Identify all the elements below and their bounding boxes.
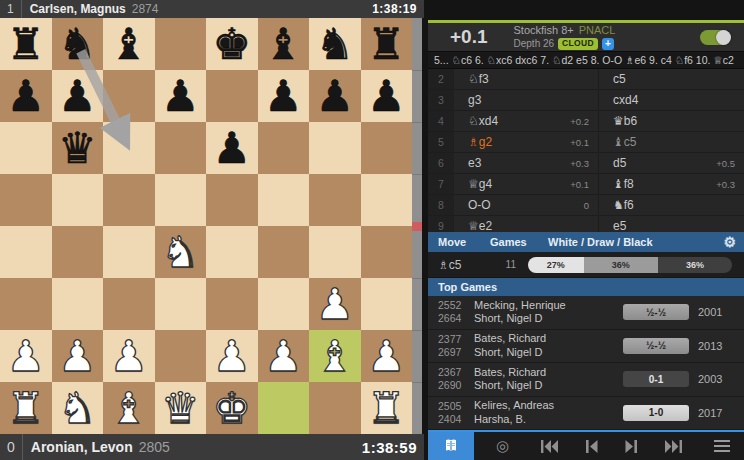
result-badge: 1-0: [623, 405, 689, 421]
top-game-row[interactable]: 23772697Bates, RichardShort, Nigel D½-½2…: [428, 330, 744, 364]
white-knight-b1[interactable]: ♞: [52, 382, 104, 434]
square-h6[interactable]: [361, 122, 413, 174]
game-ratings: 25052404: [428, 400, 474, 426]
top-game-row[interactable]: 23672690Bates, RichardShort, Nigel D0-12…: [428, 363, 744, 397]
black-queen-b6[interactable]: ♛: [52, 122, 104, 174]
white-queen-d1[interactable]: ♛: [155, 382, 207, 434]
square-e2[interactable]: ♟: [206, 330, 258, 382]
square-g7[interactable]: ♟: [309, 70, 361, 122]
white-move-cell[interactable]: ♕e2: [454, 216, 599, 232]
white-percent: 27%: [528, 257, 584, 273]
square-f7[interactable]: ♟: [258, 70, 310, 122]
result-badge: ½-½: [623, 338, 689, 354]
white-move-cell[interactable]: ♗g2+0.1: [454, 132, 599, 152]
analysis-app: 1 Carlsen, Magnus 2874 1:38:19 ♜♞♝♚♝♞♜♟♟…: [0, 0, 744, 460]
black-player-rating: 2874: [132, 2, 159, 16]
explorer-col-wdb: White / Draw / Black: [548, 236, 653, 248]
square-d5[interactable]: [155, 174, 207, 226]
eval-gauge: [412, 18, 422, 434]
white-pawn-g3[interactable]: ♟: [309, 278, 361, 330]
black-pawn-d7[interactable]: ♟: [155, 70, 207, 122]
black-move-cell[interactable]: ♝f8+0.3: [599, 174, 744, 194]
eval-zero-marker: [412, 222, 422, 231]
menu-icon[interactable]: [714, 440, 730, 452]
black-pawn-b7[interactable]: ♟: [52, 70, 104, 122]
bottom-toolbar: ◎: [428, 430, 744, 460]
square-a3[interactable]: [0, 278, 52, 330]
move-row-4: 4♘xd4+0.2♛b6: [428, 111, 744, 132]
black-pawn-h7[interactable]: ♟: [361, 70, 413, 122]
square-f8[interactable]: ♝: [258, 18, 310, 70]
black-move-san[interactable]: c5: [613, 72, 626, 86]
black-pawn-e6[interactable]: ♟: [206, 122, 258, 174]
square-h4[interactable]: [361, 226, 413, 278]
black-move-san[interactable]: d5: [613, 156, 626, 170]
white-knight-d4[interactable]: ♞: [155, 226, 207, 278]
square-c4[interactable]: [103, 226, 155, 278]
move-row-3: 3g3cxd4: [428, 90, 744, 111]
explorer-header: Move Games White / Draw / Black ⚙: [428, 232, 744, 252]
square-e7[interactable]: [206, 70, 258, 122]
square-b8[interactable]: ♞: [52, 18, 104, 70]
engine-line[interactable]: 5... ♘c6 6. ♘xc6 dxc6 7. ♘d2 e5 8. O-O ♗…: [428, 51, 744, 69]
white-move-cell[interactable]: O-O0: [454, 195, 599, 215]
black-move-san[interactable]: e5: [613, 219, 626, 232]
black-pawn-g7[interactable]: ♟: [309, 70, 361, 122]
square-f3[interactable]: [258, 278, 310, 330]
square-g4[interactable]: [309, 226, 361, 278]
top-game-row[interactable]: 25522664Mecking, HenriqueShort, Nigel D½…: [428, 296, 744, 330]
previous-move-icon[interactable]: [585, 440, 598, 453]
square-f2[interactable]: ♟: [258, 330, 310, 382]
square-b5[interactable]: [52, 174, 104, 226]
white-move-cell[interactable]: g3: [454, 90, 599, 110]
black-move-cell[interactable]: ♞f6: [599, 195, 744, 215]
white-pawn-h2[interactable]: ♟: [361, 330, 413, 382]
move-number: 9: [428, 216, 454, 232]
move-row-8: 8O-O0♞f6: [428, 195, 744, 216]
black-bishop-c8[interactable]: ♝: [103, 18, 155, 70]
white-bishop-g2[interactable]: ♝: [309, 330, 361, 382]
black-move-san[interactable]: cxd4: [613, 93, 638, 107]
move-number: 2: [428, 69, 454, 89]
move-eval: +0.3: [716, 179, 735, 190]
engine-toggle[interactable]: [700, 30, 730, 45]
target-icon[interactable]: ◎: [496, 437, 509, 455]
top-games-list: 25522664Mecking, HenriqueShort, Nigel D½…: [428, 296, 744, 430]
move-row-7: 7♕g4+0.1♝f8+0.3: [428, 174, 744, 195]
square-a6[interactable]: [0, 122, 52, 174]
square-b2[interactable]: ♟: [52, 330, 104, 382]
black-rook-a8[interactable]: ♜: [0, 18, 52, 70]
move-row-2: 2♘f3c5: [428, 69, 744, 90]
black-percent: 36%: [658, 257, 732, 273]
square-a2[interactable]: ♟: [0, 330, 52, 382]
black-move-cell[interactable]: ♛b6: [599, 111, 744, 131]
game-players: Bates, RichardShort, Nigel D: [474, 366, 623, 394]
black-knight-b8[interactable]: ♞: [52, 18, 104, 70]
square-h3[interactable]: [361, 278, 413, 330]
white-move-san[interactable]: ♘f3: [468, 72, 489, 86]
square-c5[interactable]: [103, 174, 155, 226]
black-player-name: Carlsen, Magnus: [30, 2, 126, 16]
white-player-rating: 2805: [139, 439, 170, 455]
black-pawn-f7[interactable]: ♟: [258, 70, 310, 122]
move-row-5: 5♗g2+0.1♝c5: [428, 132, 744, 153]
square-a7[interactable]: ♟: [0, 70, 52, 122]
square-h5[interactable]: [361, 174, 413, 226]
square-c7[interactable]: [103, 70, 155, 122]
black-move-cell[interactable]: cxd4: [599, 90, 744, 110]
white-move-san[interactable]: ♕g4: [468, 177, 492, 191]
move-eval: +0.2: [570, 116, 589, 127]
move-number: 8: [428, 195, 454, 215]
square-d4[interactable]: ♞: [155, 226, 207, 278]
square-b4[interactable]: [52, 226, 104, 278]
square-b7[interactable]: ♟: [52, 70, 104, 122]
engine-eval: +0.1: [450, 26, 488, 48]
move-number: 4: [428, 111, 454, 131]
square-g5[interactable]: [309, 174, 361, 226]
square-e8[interactable]: ♚: [206, 18, 258, 70]
game-players: Mecking, HenriqueShort, Nigel D: [474, 299, 623, 327]
square-e4[interactable]: [206, 226, 258, 278]
white-move-cell[interactable]: e3+0.3: [454, 153, 599, 173]
square-d6[interactable]: [155, 122, 207, 174]
square-a8[interactable]: ♜: [0, 18, 52, 70]
square-g2[interactable]: ♝: [309, 330, 361, 382]
black-score: 1: [0, 0, 22, 18]
plus-badge[interactable]: +: [602, 38, 614, 50]
book-icon[interactable]: [428, 432, 474, 460]
square-d1[interactable]: ♛: [155, 382, 207, 434]
white-move-san[interactable]: ♗g2: [468, 135, 492, 149]
game-year: 2013: [698, 340, 736, 352]
square-d8[interactable]: [155, 18, 207, 70]
black-move-san[interactable]: ♝c5: [613, 135, 636, 149]
white-move-san[interactable]: g3: [468, 93, 481, 107]
move-number: 5: [428, 132, 454, 152]
square-h7[interactable]: ♟: [361, 70, 413, 122]
black-bishop-f8[interactable]: ♝: [258, 18, 310, 70]
player-bar-black: 1 Carlsen, Magnus 2874 1:38:19: [0, 0, 424, 18]
white-pawn-f2[interactable]: ♟: [258, 330, 310, 382]
black-move-san[interactable]: ♞f6: [613, 198, 634, 212]
square-d2[interactable]: [155, 330, 207, 382]
playback-controls: [509, 440, 714, 453]
white-rook-h1[interactable]: ♜: [361, 382, 413, 434]
game-ratings: 25522664: [428, 299, 474, 325]
black-king-e8[interactable]: ♚: [206, 18, 258, 70]
engine-tech: PNACL: [579, 24, 616, 36]
white-player-name: Aronian, Levon: [31, 439, 133, 455]
result-percentage-bar: 27%36%36%: [528, 257, 732, 273]
white-move-cell[interactable]: ♘f3: [454, 69, 599, 89]
square-g6[interactable]: [309, 122, 361, 174]
black-move-cell[interactable]: d5+0.5: [599, 153, 744, 173]
black-clock: 1:38:19: [372, 2, 417, 16]
explorer-game-count: 11: [486, 259, 516, 270]
square-h2[interactable]: ♟: [361, 330, 413, 382]
white-rook-a1[interactable]: ♜: [0, 382, 52, 434]
skip-last-icon[interactable]: [665, 440, 682, 453]
game-ratings: 23672690: [428, 366, 474, 392]
square-g3[interactable]: ♟: [309, 278, 361, 330]
game-year: 2017: [698, 407, 736, 419]
white-king-e1[interactable]: ♚: [206, 382, 258, 434]
engine-name: Stockfish 8+: [514, 24, 574, 36]
square-f6[interactable]: [258, 122, 310, 174]
white-bishop-c1[interactable]: ♝: [103, 382, 155, 434]
white-pawn-a2[interactable]: ♟: [0, 330, 52, 382]
white-move-san[interactable]: O-O: [468, 198, 491, 212]
square-a4[interactable]: [0, 226, 52, 278]
black-rook-h8[interactable]: ♜: [361, 18, 413, 70]
explorer-col-move: Move: [438, 236, 490, 248]
white-pawn-e2[interactable]: ♟: [206, 330, 258, 382]
move-eval: +0.3: [570, 158, 589, 169]
explorer-move-row[interactable]: ♗c5 11 27%36%36%: [428, 252, 744, 278]
move-number: 3: [428, 90, 454, 110]
square-f5[interactable]: [258, 174, 310, 226]
square-h1[interactable]: ♜: [361, 382, 413, 434]
square-b1[interactable]: ♞: [52, 382, 104, 434]
game-year: 2001: [698, 306, 736, 318]
black-move-cell[interactable]: e5: [599, 216, 744, 232]
black-move-cell[interactable]: ♝c5: [599, 132, 744, 152]
white-move-san[interactable]: ♘xd4: [468, 114, 498, 128]
square-b3[interactable]: [52, 278, 104, 330]
square-g1[interactable]: [309, 382, 361, 434]
result-badge: ½-½: [623, 304, 689, 320]
square-c8[interactable]: ♝: [103, 18, 155, 70]
chess-board[interactable]: ♜♞♝♚♝♞♜♟♟♟♟♟♟♛♟♞♟♟♟♟♟♟♝♟♜♞♝♛♚♜: [0, 18, 412, 434]
next-move-icon[interactable]: [625, 440, 638, 453]
square-e3[interactable]: [206, 278, 258, 330]
black-move-san[interactable]: ♛b6: [613, 114, 637, 128]
cloud-badge: CLOUD: [558, 38, 598, 50]
move-row-6: 6e3+0.3d5+0.5: [428, 153, 744, 174]
square-c6[interactable]: [103, 122, 155, 174]
black-move-san[interactable]: ♝f8: [613, 177, 634, 191]
move-number: 7: [428, 174, 454, 194]
panel-spacer: [428, 0, 744, 20]
engine-meta: Stockfish 8+PNACL Depth 26 CLOUD +: [514, 24, 616, 50]
black-knight-g8[interactable]: ♞: [309, 18, 361, 70]
move-eval: 0: [584, 200, 589, 211]
white-move-cell[interactable]: ♕g4+0.1: [454, 174, 599, 194]
square-e6[interactable]: ♟: [206, 122, 258, 174]
square-c1[interactable]: ♝: [103, 382, 155, 434]
game-players: Bates, RichardShort, Nigel D: [474, 332, 623, 360]
square-h8[interactable]: ♜: [361, 18, 413, 70]
square-a5[interactable]: [0, 174, 52, 226]
move-list: 2♘f3c53g3cxd44♘xd4+0.2♛b65♗g2+0.1♝c56e3+…: [428, 69, 744, 232]
engine-depth: Depth 26: [514, 38, 555, 50]
explorer-col-games: Games: [490, 236, 548, 248]
white-pawn-c2[interactable]: ♟: [103, 330, 155, 382]
square-e5[interactable]: [206, 174, 258, 226]
gear-icon[interactable]: ⚙: [723, 232, 736, 252]
square-b6[interactable]: ♛: [52, 122, 104, 174]
black-pawn-a7[interactable]: ♟: [0, 70, 52, 122]
game-ratings: 23772697: [428, 333, 474, 359]
move-eval: +0.1: [570, 137, 589, 148]
square-c2[interactable]: ♟: [103, 330, 155, 382]
analysis-panel: +0.1 Stockfish 8+PNACL Depth 26 CLOUD + …: [428, 0, 744, 460]
move-number: 6: [428, 153, 454, 173]
top-games-header: Top Games: [428, 278, 744, 296]
square-g8[interactable]: ♞: [309, 18, 361, 70]
white-move-san[interactable]: ♕e2: [468, 219, 492, 232]
black-move-cell[interactable]: c5: [599, 69, 744, 89]
result-badge: 0-1: [623, 371, 689, 387]
move-eval: +0.5: [716, 158, 735, 169]
game-players: Kelires, AndreasHarsha, B.: [474, 399, 623, 427]
white-clock: 1:38:59: [362, 439, 417, 456]
toggle-knob: [716, 30, 731, 45]
board-column: 1 Carlsen, Magnus 2874 1:38:19 ♜♞♝♚♝♞♜♟♟…: [0, 0, 424, 460]
top-game-row[interactable]: 25052404Kelires, AndreasHarsha, B.1-0201…: [428, 397, 744, 431]
square-d7[interactable]: ♟: [155, 70, 207, 122]
square-f4[interactable]: [258, 226, 310, 278]
game-year: 2003: [698, 373, 736, 385]
player-bar-white: 0 Aronian, Levon 2805 1:38:59: [0, 434, 424, 460]
white-move-cell[interactable]: ♘xd4+0.2: [454, 111, 599, 131]
move-row-9: 9♕e2e5: [428, 216, 744, 232]
white-move-san[interactable]: e3: [468, 156, 481, 170]
engine-header: +0.1 Stockfish 8+PNACL Depth 26 CLOUD +: [428, 23, 744, 51]
square-f1[interactable]: [258, 382, 310, 434]
skip-first-icon[interactable]: [541, 440, 558, 453]
white-pawn-b2[interactable]: ♟: [52, 330, 104, 382]
draw-percent: 36%: [584, 257, 658, 273]
square-e1[interactable]: ♚: [206, 382, 258, 434]
white-score: 0: [0, 434, 23, 460]
square-d3[interactable]: [155, 278, 207, 330]
square-a1[interactable]: ♜: [0, 382, 52, 434]
move-eval: +0.1: [570, 179, 589, 190]
explorer-move-san: ♗c5: [438, 258, 486, 272]
square-c3[interactable]: [103, 278, 155, 330]
